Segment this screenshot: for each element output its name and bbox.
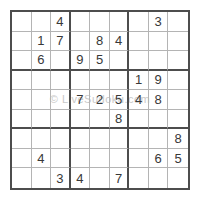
cell-r1c8[interactable]: 3 [149, 12, 169, 32]
cell-r6c9[interactable] [168, 110, 188, 130]
cell-r2c7[interactable] [129, 32, 149, 52]
cell-r8c1[interactable] [12, 149, 32, 169]
cell-r4c8[interactable]: 9 [149, 71, 169, 91]
cell-r7c2[interactable] [32, 129, 52, 149]
cell-r1c7[interactable] [129, 12, 149, 32]
cell-r8c8[interactable]: 6 [149, 149, 169, 169]
cell-r4c7[interactable]: 1 [129, 71, 149, 91]
cell-r9c4[interactable]: 4 [71, 168, 91, 188]
cell-r1c1[interactable] [12, 12, 32, 32]
cell-r3c4[interactable]: 9 [71, 51, 91, 71]
cell-r3c3[interactable] [51, 51, 71, 71]
cell-r6c5[interactable] [90, 110, 110, 130]
cell-r6c3[interactable] [51, 110, 71, 130]
cell-r3c5[interactable]: 5 [90, 51, 110, 71]
cell-r4c5[interactable] [90, 71, 110, 91]
cell-r8c4[interactable] [71, 149, 91, 169]
cell-r9c5[interactable] [90, 168, 110, 188]
cell-r6c6[interactable]: 8 [110, 110, 130, 130]
cell-r5c3[interactable] [51, 90, 71, 110]
cell-r7c5[interactable] [90, 129, 110, 149]
cell-r2c1[interactable] [12, 32, 32, 52]
sudoku-page: © LiveSudoku.com 43178469519725488846534… [0, 0, 200, 200]
cell-r8c5[interactable] [90, 149, 110, 169]
cell-r9c9[interactable] [168, 168, 188, 188]
cell-r7c1[interactable] [12, 129, 32, 149]
cell-r6c8[interactable] [149, 110, 169, 130]
cell-r4c4[interactable] [71, 71, 91, 91]
cell-r7c4[interactable] [71, 129, 91, 149]
cell-r2c8[interactable] [149, 32, 169, 52]
cell-r8c9[interactable]: 5 [168, 149, 188, 169]
cell-r6c4[interactable] [71, 110, 91, 130]
cell-r1c6[interactable] [110, 12, 130, 32]
cell-r4c3[interactable] [51, 71, 71, 91]
cell-r4c6[interactable] [110, 71, 130, 91]
cell-r3c1[interactable] [12, 51, 32, 71]
cell-r3c8[interactable] [149, 51, 169, 71]
cell-r8c2[interactable]: 4 [32, 149, 52, 169]
cell-r9c8[interactable] [149, 168, 169, 188]
cell-r2c3[interactable]: 7 [51, 32, 71, 52]
cell-r4c9[interactable] [168, 71, 188, 91]
cell-r8c3[interactable] [51, 149, 71, 169]
cell-r4c2[interactable] [32, 71, 52, 91]
cell-r5c2[interactable] [32, 90, 52, 110]
sudoku-board: 431784695197254888465347 [10, 10, 190, 190]
cell-r4c1[interactable] [12, 71, 32, 91]
cell-r3c7[interactable] [129, 51, 149, 71]
cell-r5c1[interactable] [12, 90, 32, 110]
cell-r9c7[interactable] [129, 168, 149, 188]
cell-r5c4[interactable]: 7 [71, 90, 91, 110]
cell-r6c2[interactable] [32, 110, 52, 130]
cell-r8c7[interactable] [129, 149, 149, 169]
cell-r9c1[interactable] [12, 168, 32, 188]
cell-r1c4[interactable] [71, 12, 91, 32]
cell-r2c4[interactable] [71, 32, 91, 52]
cell-r9c3[interactable]: 3 [51, 168, 71, 188]
cell-r7c8[interactable] [149, 129, 169, 149]
cell-r3c2[interactable]: 6 [32, 51, 52, 71]
cell-r3c9[interactable] [168, 51, 188, 71]
cell-r6c1[interactable] [12, 110, 32, 130]
cell-r2c9[interactable] [168, 32, 188, 52]
cell-r9c2[interactable] [32, 168, 52, 188]
cell-r2c6[interactable]: 4 [110, 32, 130, 52]
cell-r5c8[interactable]: 8 [149, 90, 169, 110]
cell-r1c5[interactable] [90, 12, 110, 32]
cell-r7c3[interactable] [51, 129, 71, 149]
cell-r1c2[interactable] [32, 12, 52, 32]
cell-r1c9[interactable] [168, 12, 188, 32]
cell-r1c3[interactable]: 4 [51, 12, 71, 32]
cell-r5c9[interactable] [168, 90, 188, 110]
cell-r9c6[interactable]: 7 [110, 168, 130, 188]
cell-r8c6[interactable] [110, 149, 130, 169]
cell-r2c5[interactable]: 8 [90, 32, 110, 52]
cell-r7c7[interactable] [129, 129, 149, 149]
cell-r7c6[interactable] [110, 129, 130, 149]
cell-r3c6[interactable] [110, 51, 130, 71]
cell-r5c7[interactable]: 4 [129, 90, 149, 110]
cell-r5c5[interactable]: 2 [90, 90, 110, 110]
cell-r7c9[interactable]: 8 [168, 129, 188, 149]
cell-r5c6[interactable]: 5 [110, 90, 130, 110]
cell-r2c2[interactable]: 1 [32, 32, 52, 52]
cell-r6c7[interactable] [129, 110, 149, 130]
